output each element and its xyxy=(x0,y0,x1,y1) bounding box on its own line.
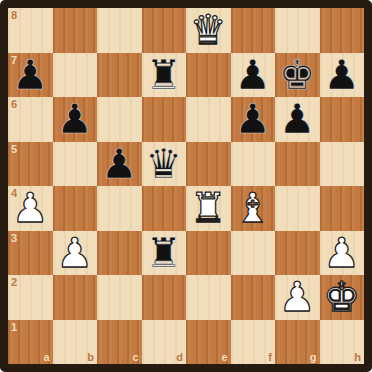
square-f1[interactable]: f xyxy=(231,320,276,365)
square-d7[interactable]: ♜ xyxy=(142,53,187,98)
square-b8[interactable] xyxy=(53,8,98,53)
square-f7[interactable]: ♟ xyxy=(231,53,276,98)
square-g5[interactable] xyxy=(275,142,320,187)
file-label-g: g xyxy=(310,351,317,363)
white-pawn-b3[interactable]: ♟ xyxy=(53,231,98,276)
square-d4[interactable] xyxy=(142,186,187,231)
square-g2[interactable]: ♟ xyxy=(275,275,320,320)
chess-board: 8♛7♟♜♟♚♟6♟♟♟5♟♛4♟♜♝3♟♜♟2♟♚1abcdefgh xyxy=(8,8,364,364)
black-pawn-b6[interactable]: ♟ xyxy=(53,97,98,142)
square-e2[interactable] xyxy=(186,275,231,320)
square-e8[interactable]: ♛ xyxy=(186,8,231,53)
square-e7[interactable] xyxy=(186,53,231,98)
square-a6[interactable]: 6 xyxy=(8,97,53,142)
square-d6[interactable] xyxy=(142,97,187,142)
black-pawn-h7[interactable]: ♟ xyxy=(320,53,365,98)
square-g7[interactable]: ♚ xyxy=(275,53,320,98)
square-c7[interactable] xyxy=(97,53,142,98)
square-h1[interactable]: h xyxy=(320,320,365,365)
rank-label-3: 3 xyxy=(11,232,17,244)
square-b7[interactable] xyxy=(53,53,98,98)
square-g8[interactable] xyxy=(275,8,320,53)
square-f6[interactable]: ♟ xyxy=(231,97,276,142)
rank-label-5: 5 xyxy=(11,143,17,155)
white-bishop-f4[interactable]: ♝ xyxy=(231,186,276,231)
square-c5[interactable]: ♟ xyxy=(97,142,142,187)
chess-board-frame: 8♛7♟♜♟♚♟6♟♟♟5♟♛4♟♜♝3♟♜♟2♟♚1abcdefgh xyxy=(0,0,372,372)
file-label-c: c xyxy=(132,351,138,363)
square-a8[interactable]: 8 xyxy=(8,8,53,53)
black-rook-d3[interactable]: ♜ xyxy=(142,231,187,276)
square-a2[interactable]: 2 xyxy=(8,275,53,320)
white-pawn-g2[interactable]: ♟ xyxy=(275,275,320,320)
square-g4[interactable] xyxy=(275,186,320,231)
square-h3[interactable]: ♟ xyxy=(320,231,365,276)
square-b1[interactable]: b xyxy=(53,320,98,365)
square-b6[interactable]: ♟ xyxy=(53,97,98,142)
square-d8[interactable] xyxy=(142,8,187,53)
square-d2[interactable] xyxy=(142,275,187,320)
black-queen-d5[interactable]: ♛ xyxy=(142,142,187,187)
square-d5[interactable]: ♛ xyxy=(142,142,187,187)
square-b2[interactable] xyxy=(53,275,98,320)
square-h7[interactable]: ♟ xyxy=(320,53,365,98)
square-a1[interactable]: 1a xyxy=(8,320,53,365)
square-f3[interactable] xyxy=(231,231,276,276)
file-label-e: e xyxy=(221,351,227,363)
square-c6[interactable] xyxy=(97,97,142,142)
square-h4[interactable] xyxy=(320,186,365,231)
square-d1[interactable]: d xyxy=(142,320,187,365)
file-label-d: d xyxy=(176,351,183,363)
square-g3[interactable] xyxy=(275,231,320,276)
square-h2[interactable]: ♚ xyxy=(320,275,365,320)
square-e1[interactable]: e xyxy=(186,320,231,365)
square-e3[interactable] xyxy=(186,231,231,276)
white-rook-e4[interactable]: ♜ xyxy=(186,186,231,231)
square-h6[interactable] xyxy=(320,97,365,142)
rank-label-1: 1 xyxy=(11,321,17,333)
black-pawn-f6[interactable]: ♟ xyxy=(231,97,276,142)
black-king-g7[interactable]: ♚ xyxy=(275,53,320,98)
rank-label-6: 6 xyxy=(11,98,17,110)
square-f5[interactable] xyxy=(231,142,276,187)
square-e6[interactable] xyxy=(186,97,231,142)
square-e5[interactable] xyxy=(186,142,231,187)
white-queen-e8[interactable]: ♛ xyxy=(186,8,231,53)
square-c3[interactable] xyxy=(97,231,142,276)
square-f2[interactable] xyxy=(231,275,276,320)
square-d3[interactable]: ♜ xyxy=(142,231,187,276)
square-a3[interactable]: 3 xyxy=(8,231,53,276)
square-e4[interactable]: ♜ xyxy=(186,186,231,231)
black-pawn-c5[interactable]: ♟ xyxy=(97,142,142,187)
square-a4[interactable]: 4♟ xyxy=(8,186,53,231)
file-label-f: f xyxy=(268,351,272,363)
rank-label-2: 2 xyxy=(11,276,17,288)
square-b5[interactable] xyxy=(53,142,98,187)
square-h5[interactable] xyxy=(320,142,365,187)
rank-label-8: 8 xyxy=(11,9,17,21)
white-king-h2[interactable]: ♚ xyxy=(320,275,365,320)
square-c2[interactable] xyxy=(97,275,142,320)
file-label-h: h xyxy=(354,351,361,363)
square-f4[interactable]: ♝ xyxy=(231,186,276,231)
square-c4[interactable] xyxy=(97,186,142,231)
file-label-a: a xyxy=(43,351,49,363)
square-b3[interactable]: ♟ xyxy=(53,231,98,276)
black-pawn-g6[interactable]: ♟ xyxy=(275,97,320,142)
square-g1[interactable]: g xyxy=(275,320,320,365)
square-h8[interactable] xyxy=(320,8,365,53)
square-c1[interactable]: c xyxy=(97,320,142,365)
square-c8[interactable] xyxy=(97,8,142,53)
black-pawn-f7[interactable]: ♟ xyxy=(231,53,276,98)
white-pawn-a4[interactable]: ♟ xyxy=(8,186,53,231)
black-pawn-a7[interactable]: ♟ xyxy=(8,53,53,98)
square-a5[interactable]: 5 xyxy=(8,142,53,187)
file-label-b: b xyxy=(87,351,94,363)
square-g6[interactable]: ♟ xyxy=(275,97,320,142)
square-a7[interactable]: 7♟ xyxy=(8,53,53,98)
black-rook-d7[interactable]: ♜ xyxy=(142,53,187,98)
white-pawn-h3[interactable]: ♟ xyxy=(320,231,365,276)
square-f8[interactable] xyxy=(231,8,276,53)
square-b4[interactable] xyxy=(53,186,98,231)
